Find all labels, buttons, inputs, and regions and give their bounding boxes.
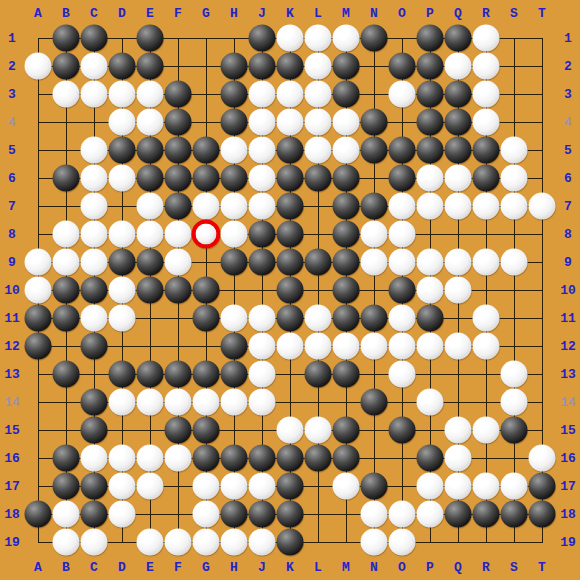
white-stone-B18 (53, 501, 80, 528)
point-F11[interactable] (164, 304, 192, 332)
point-T12[interactable] (528, 332, 556, 360)
black-stone-C1 (81, 25, 108, 52)
black-stone-L13 (305, 361, 332, 388)
point-B5[interactable] (52, 136, 80, 164)
white-stone-R3 (473, 81, 500, 108)
point-S10[interactable] (500, 276, 528, 304)
point-A14[interactable] (24, 388, 52, 416)
point-A6[interactable] (24, 164, 52, 192)
point-T6[interactable] (528, 164, 556, 192)
point-A7[interactable] (24, 192, 52, 220)
point-A19[interactable] (24, 528, 52, 556)
row-label-right-1: 1 (564, 32, 572, 45)
black-stone-G6 (193, 165, 220, 192)
col-label-top-Q: Q (454, 7, 462, 20)
white-stone-S9 (501, 249, 528, 276)
white-stone-L5 (305, 137, 332, 164)
black-stone-B10 (53, 277, 80, 304)
point-L7[interactable] (304, 192, 332, 220)
point-N10[interactable] (360, 276, 388, 304)
black-stone-Q4 (445, 109, 472, 136)
black-stone-M10 (333, 277, 360, 304)
black-stone-N5 (361, 137, 388, 164)
black-stone-J9 (249, 249, 276, 276)
black-stone-F4 (165, 109, 192, 136)
black-stone-L9 (305, 249, 332, 276)
col-label-top-P: P (426, 7, 434, 20)
point-J15[interactable] (248, 416, 276, 444)
white-stone-M4 (333, 109, 360, 136)
white-stone-E19 (137, 529, 164, 556)
point-S19[interactable] (500, 528, 528, 556)
white-stone-H7 (221, 193, 248, 220)
white-stone-E14 (137, 389, 164, 416)
col-label-bottom-P: P (426, 561, 434, 574)
white-stone-Q15 (445, 417, 472, 444)
point-C13[interactable] (80, 360, 108, 388)
black-stone-O6 (389, 165, 416, 192)
black-stone-D5 (109, 137, 136, 164)
black-stone-K2 (277, 53, 304, 80)
black-stone-N7 (361, 193, 388, 220)
point-A5[interactable] (24, 136, 52, 164)
point-N15[interactable] (360, 416, 388, 444)
point-L10[interactable] (304, 276, 332, 304)
white-stone-M17 (333, 473, 360, 500)
row-label-right-9: 9 (564, 256, 572, 269)
black-stone-E10 (137, 277, 164, 304)
black-stone-H13 (221, 361, 248, 388)
row-label-left-3: 3 (8, 88, 16, 101)
point-N3[interactable] (360, 80, 388, 108)
point-M19[interactable] (332, 528, 360, 556)
white-stone-D14 (109, 389, 136, 416)
white-stone-E16 (137, 445, 164, 472)
col-label-top-R: R (482, 7, 490, 20)
row-label-left-10: 10 (4, 284, 20, 297)
col-label-bottom-S: S (510, 561, 518, 574)
white-stone-H8 (221, 221, 248, 248)
black-stone-J16 (249, 445, 276, 472)
black-stone-G15 (193, 417, 220, 444)
white-stone-J14 (249, 389, 276, 416)
row-label-right-16: 16 (560, 452, 576, 465)
row-label-right-7: 7 (564, 200, 572, 213)
point-T10[interactable] (528, 276, 556, 304)
white-stone-R9 (473, 249, 500, 276)
white-stone-C11 (81, 305, 108, 332)
white-stone-C8 (81, 221, 108, 248)
white-stone-R12 (473, 333, 500, 360)
point-E12[interactable] (136, 332, 164, 360)
white-stone-O8 (389, 221, 416, 248)
point-S16[interactable] (500, 444, 528, 472)
point-R8[interactable] (472, 220, 500, 248)
black-stone-K8 (277, 221, 304, 248)
white-stone-Q17 (445, 473, 472, 500)
white-stone-B8 (53, 221, 80, 248)
point-B14[interactable] (52, 388, 80, 416)
col-label-top-A: A (34, 7, 42, 20)
black-stone-M6 (333, 165, 360, 192)
point-S3[interactable] (500, 80, 528, 108)
point-H10[interactable] (220, 276, 248, 304)
point-G3[interactable] (192, 80, 220, 108)
point-A16[interactable] (24, 444, 52, 472)
white-stone-H11 (221, 305, 248, 332)
point-F12[interactable] (164, 332, 192, 360)
col-label-top-J: J (258, 7, 266, 20)
white-stone-O3 (389, 81, 416, 108)
point-T1[interactable] (528, 24, 556, 52)
white-stone-O11 (389, 305, 416, 332)
white-stone-K3 (277, 81, 304, 108)
point-T3[interactable] (528, 80, 556, 108)
row-label-right-17: 17 (560, 480, 576, 493)
white-stone-C7 (81, 193, 108, 220)
point-O1[interactable] (388, 24, 416, 52)
black-stone-E13 (137, 361, 164, 388)
white-stone-C19 (81, 529, 108, 556)
black-stone-C12 (81, 333, 108, 360)
white-stone-R11 (473, 305, 500, 332)
white-stone-C16 (81, 445, 108, 472)
black-stone-C18 (81, 501, 108, 528)
row-label-right-5: 5 (564, 144, 572, 157)
white-stone-S17 (501, 473, 528, 500)
point-P8[interactable] (416, 220, 444, 248)
white-stone-J11 (249, 305, 276, 332)
point-Q14[interactable] (444, 388, 472, 416)
black-stone-N14 (361, 389, 388, 416)
white-stone-J13 (249, 361, 276, 388)
row-label-left-16: 16 (4, 452, 20, 465)
black-stone-G10 (193, 277, 220, 304)
row-label-left-11: 11 (4, 312, 20, 325)
point-S11[interactable] (500, 304, 528, 332)
black-stone-A12 (25, 333, 52, 360)
point-F2[interactable] (164, 52, 192, 80)
point-Q8[interactable] (444, 220, 472, 248)
point-B7[interactable] (52, 192, 80, 220)
black-stone-P3 (417, 81, 444, 108)
black-stone-Q5 (445, 137, 472, 164)
point-F1[interactable] (164, 24, 192, 52)
point-D15[interactable] (108, 416, 136, 444)
black-stone-C10 (81, 277, 108, 304)
black-stone-C14 (81, 389, 108, 416)
black-stone-K19 (277, 529, 304, 556)
white-stone-P18 (417, 501, 444, 528)
white-stone-E17 (137, 473, 164, 500)
black-stone-B1 (53, 25, 80, 52)
white-stone-F9 (165, 249, 192, 276)
white-stone-E4 (137, 109, 164, 136)
point-T19[interactable] (528, 528, 556, 556)
white-stone-C3 (81, 81, 108, 108)
point-E18[interactable] (136, 500, 164, 528)
point-L17[interactable] (304, 472, 332, 500)
point-B4[interactable] (52, 108, 80, 136)
row-label-left-7: 7 (8, 200, 16, 213)
point-A1[interactable] (24, 24, 52, 52)
point-G1[interactable] (192, 24, 220, 52)
white-stone-C2 (81, 53, 108, 80)
row-label-left-2: 2 (8, 60, 16, 73)
white-stone-P7 (417, 193, 444, 220)
black-stone-G11 (193, 305, 220, 332)
point-M14[interactable] (332, 388, 360, 416)
point-L19[interactable] (304, 528, 332, 556)
black-stone-D13 (109, 361, 136, 388)
point-T4[interactable] (528, 108, 556, 136)
black-stone-E2 (137, 53, 164, 80)
row-label-right-11: 11 (560, 312, 576, 325)
white-stone-L11 (305, 305, 332, 332)
row-label-left-14: 14 (4, 396, 20, 409)
black-stone-S15 (501, 417, 528, 444)
row-label-right-3: 3 (564, 88, 572, 101)
row-label-right-19: 19 (560, 536, 576, 549)
point-T8[interactable] (528, 220, 556, 248)
point-G12[interactable] (192, 332, 220, 360)
row-label-left-5: 5 (8, 144, 16, 157)
row-label-right-18: 18 (560, 508, 576, 521)
point-A15[interactable] (24, 416, 52, 444)
col-label-top-F: F (174, 7, 182, 20)
col-label-bottom-M: M (342, 561, 350, 574)
point-R13[interactable] (472, 360, 500, 388)
point-L8[interactable] (304, 220, 332, 248)
row-label-left-17: 17 (4, 480, 20, 493)
row-label-left-15: 15 (4, 424, 20, 437)
col-label-bottom-E: E (146, 561, 154, 574)
black-stone-N4 (361, 109, 388, 136)
col-label-bottom-T: T (538, 561, 546, 574)
row-label-left-9: 9 (8, 256, 16, 269)
point-T9[interactable] (528, 248, 556, 276)
black-stone-J8 (249, 221, 276, 248)
point-Q11[interactable] (444, 304, 472, 332)
point-Q19[interactable] (444, 528, 472, 556)
row-label-left-4: 4 (8, 116, 16, 129)
point-S1[interactable] (500, 24, 528, 52)
white-stone-N18 (361, 501, 388, 528)
point-M18[interactable] (332, 500, 360, 528)
white-stone-T16 (529, 445, 556, 472)
go-app-window: AABBCCDDEEFFGGHHJJKKLLMMNNOOPPQQRRSSTT11… (0, 0, 580, 580)
white-stone-K15 (277, 417, 304, 444)
white-stone-Q9 (445, 249, 472, 276)
col-label-bottom-F: F (174, 561, 182, 574)
col-label-top-M: M (342, 7, 350, 20)
col-label-bottom-B: B (62, 561, 70, 574)
point-R10[interactable] (472, 276, 500, 304)
go-board[interactable] (24, 24, 556, 556)
black-stone-R6 (473, 165, 500, 192)
point-T14[interactable] (528, 388, 556, 416)
point-S8[interactable] (500, 220, 528, 248)
col-label-top-G: G (202, 7, 210, 20)
white-stone-E7 (137, 193, 164, 220)
point-K14[interactable] (276, 388, 304, 416)
white-stone-P9 (417, 249, 444, 276)
point-S4[interactable] (500, 108, 528, 136)
point-E11[interactable] (136, 304, 164, 332)
point-F17[interactable] (164, 472, 192, 500)
black-stone-E9 (137, 249, 164, 276)
white-stone-L3 (305, 81, 332, 108)
point-T5[interactable] (528, 136, 556, 164)
point-O4[interactable] (388, 108, 416, 136)
white-stone-P12 (417, 333, 444, 360)
point-P15[interactable] (416, 416, 444, 444)
point-F18[interactable] (164, 500, 192, 528)
point-D1[interactable] (108, 24, 136, 52)
point-R14[interactable] (472, 388, 500, 416)
point-Q13[interactable] (444, 360, 472, 388)
point-B15[interactable] (52, 416, 80, 444)
row-label-left-12: 12 (4, 340, 20, 353)
point-N2[interactable] (360, 52, 388, 80)
black-stone-M7 (333, 193, 360, 220)
black-stone-N17 (361, 473, 388, 500)
point-T11[interactable] (528, 304, 556, 332)
black-stone-K9 (277, 249, 304, 276)
white-stone-P14 (417, 389, 444, 416)
row-label-right-13: 13 (560, 368, 576, 381)
white-stone-H14 (221, 389, 248, 416)
white-stone-Q10 (445, 277, 472, 304)
black-stone-M3 (333, 81, 360, 108)
black-stone-B13 (53, 361, 80, 388)
black-stone-D9 (109, 249, 136, 276)
point-E15[interactable] (136, 416, 164, 444)
black-stone-C15 (81, 417, 108, 444)
point-H15[interactable] (220, 416, 248, 444)
white-stone-S5 (501, 137, 528, 164)
point-K13[interactable] (276, 360, 304, 388)
point-G4[interactable] (192, 108, 220, 136)
black-stone-H16 (221, 445, 248, 472)
point-O14[interactable] (388, 388, 416, 416)
black-stone-H6 (221, 165, 248, 192)
point-S2[interactable] (500, 52, 528, 80)
point-C4[interactable] (80, 108, 108, 136)
black-stone-Q3 (445, 81, 472, 108)
point-P19[interactable] (416, 528, 444, 556)
point-D12[interactable] (108, 332, 136, 360)
point-A3[interactable] (24, 80, 52, 108)
point-L18[interactable] (304, 500, 332, 528)
white-stone-L1 (305, 25, 332, 52)
row-label-right-4: 4 (564, 116, 572, 129)
col-label-top-H: H (230, 7, 238, 20)
black-stone-M11 (333, 305, 360, 332)
white-stone-J4 (249, 109, 276, 136)
point-T15[interactable] (528, 416, 556, 444)
point-L14[interactable] (304, 388, 332, 416)
white-stone-B9 (53, 249, 80, 276)
point-O17[interactable] (388, 472, 416, 500)
point-N16[interactable] (360, 444, 388, 472)
black-stone-A11 (25, 305, 52, 332)
row-label-right-14: 14 (560, 396, 576, 409)
point-N13[interactable] (360, 360, 388, 388)
col-label-bottom-L: L (314, 561, 322, 574)
white-stone-S7 (501, 193, 528, 220)
black-stone-P11 (417, 305, 444, 332)
point-P13[interactable] (416, 360, 444, 388)
point-G2[interactable] (192, 52, 220, 80)
col-label-top-S: S (510, 7, 518, 20)
point-A4[interactable] (24, 108, 52, 136)
col-label-top-T: T (538, 7, 546, 20)
white-stone-O18 (389, 501, 416, 528)
point-G9[interactable] (192, 248, 220, 276)
black-stone-S18 (501, 501, 528, 528)
col-label-bottom-G: G (202, 561, 210, 574)
point-S12[interactable] (500, 332, 528, 360)
white-stone-O7 (389, 193, 416, 220)
point-J10[interactable] (248, 276, 276, 304)
point-B12[interactable] (52, 332, 80, 360)
white-stone-K1 (277, 25, 304, 52)
white-stone-Q12 (445, 333, 472, 360)
white-stone-M1 (333, 25, 360, 52)
white-stone-O9 (389, 249, 416, 276)
white-stone-G7 (193, 193, 220, 220)
black-stone-G16 (193, 445, 220, 472)
white-stone-P6 (417, 165, 444, 192)
point-A8[interactable] (24, 220, 52, 248)
black-stone-N11 (361, 305, 388, 332)
white-stone-N12 (361, 333, 388, 360)
point-A13[interactable] (24, 360, 52, 388)
point-H1[interactable] (220, 24, 248, 52)
white-stone-M5 (333, 137, 360, 164)
point-R16[interactable] (472, 444, 500, 472)
black-stone-M8 (333, 221, 360, 248)
black-stone-Q18 (445, 501, 472, 528)
point-O16[interactable] (388, 444, 416, 472)
col-label-top-C: C (90, 7, 98, 20)
row-label-left-19: 19 (4, 536, 20, 549)
black-stone-M13 (333, 361, 360, 388)
col-label-top-O: O (398, 7, 406, 20)
white-stone-A2 (25, 53, 52, 80)
white-stone-O19 (389, 529, 416, 556)
white-stone-G18 (193, 501, 220, 528)
row-label-right-10: 10 (560, 284, 576, 297)
black-stone-T17 (529, 473, 556, 500)
col-label-bottom-J: J (258, 561, 266, 574)
black-stone-J2 (249, 53, 276, 80)
col-label-bottom-O: O (398, 561, 406, 574)
point-R19[interactable] (472, 528, 500, 556)
white-stone-B19 (53, 529, 80, 556)
point-T2[interactable] (528, 52, 556, 80)
point-D7[interactable] (108, 192, 136, 220)
black-stone-Q1 (445, 25, 472, 52)
col-label-top-L: L (314, 7, 322, 20)
point-A17[interactable] (24, 472, 52, 500)
point-D19[interactable] (108, 528, 136, 556)
black-stone-A18 (25, 501, 52, 528)
white-stone-D3 (109, 81, 136, 108)
point-N6[interactable] (360, 164, 388, 192)
point-T13[interactable] (528, 360, 556, 388)
